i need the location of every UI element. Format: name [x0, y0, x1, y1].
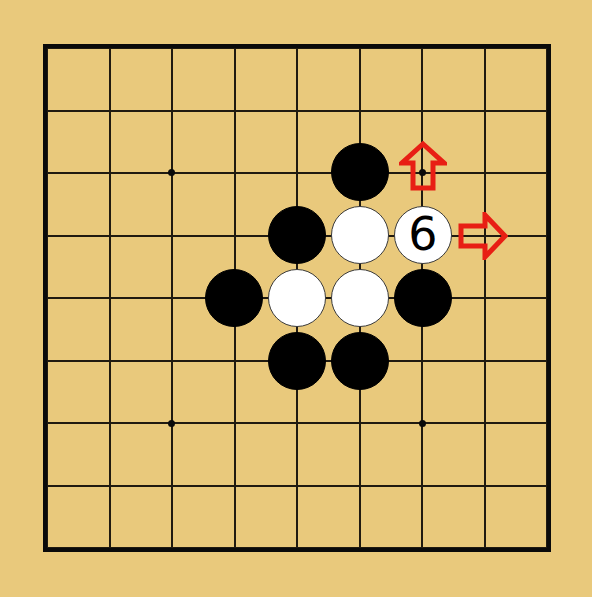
board-cell	[47, 423, 110, 486]
board-cell	[485, 48, 548, 111]
board-cell	[172, 173, 235, 236]
stone-white[interactable]	[268, 269, 326, 327]
board-cell	[172, 48, 235, 111]
board-cell	[422, 361, 485, 424]
stone-black[interactable]	[205, 269, 263, 327]
move-number-label: 6	[408, 211, 437, 257]
board-cell	[235, 48, 298, 111]
board-cell	[47, 48, 110, 111]
stone-white[interactable]	[331, 269, 389, 327]
board-cell	[422, 423, 485, 486]
board-cell	[485, 361, 548, 424]
stone-white[interactable]: 6	[394, 206, 452, 264]
board-cell	[110, 298, 173, 361]
board-cell	[235, 423, 298, 486]
board-cell	[110, 236, 173, 299]
board-cell	[485, 298, 548, 361]
board-cell	[297, 48, 360, 111]
arrow-up-icon	[399, 141, 447, 191]
board-cell	[47, 173, 110, 236]
stone-white[interactable]	[331, 206, 389, 264]
board-cell	[422, 486, 485, 549]
board-cell	[110, 486, 173, 549]
board-cell	[172, 361, 235, 424]
board-cell	[172, 111, 235, 174]
board-cell	[235, 486, 298, 549]
board-cell	[110, 423, 173, 486]
board-cell	[47, 486, 110, 549]
stone-black[interactable]	[331, 143, 389, 201]
board-cell	[485, 486, 548, 549]
board-cell	[172, 423, 235, 486]
board-cell	[297, 486, 360, 549]
go-board-diagram: 6	[0, 0, 592, 597]
stone-black[interactable]	[268, 206, 326, 264]
stone-black[interactable]	[268, 332, 326, 390]
board-cell	[485, 111, 548, 174]
board-cell	[47, 111, 110, 174]
board-cell	[47, 298, 110, 361]
board-cell	[360, 486, 423, 549]
board-cell	[110, 48, 173, 111]
board-cell	[47, 361, 110, 424]
board-cell	[110, 111, 173, 174]
star-point	[168, 169, 175, 176]
board-cell	[172, 486, 235, 549]
board-cell	[110, 173, 173, 236]
board-cell	[297, 423, 360, 486]
arrow-right-icon	[458, 212, 508, 260]
board-cell	[422, 48, 485, 111]
board-cell	[110, 361, 173, 424]
board-cell	[360, 48, 423, 111]
board-cell	[47, 236, 110, 299]
board-cell	[360, 423, 423, 486]
stone-black[interactable]	[394, 269, 452, 327]
board-cell	[485, 423, 548, 486]
stone-black[interactable]	[331, 332, 389, 390]
board-cell	[235, 111, 298, 174]
